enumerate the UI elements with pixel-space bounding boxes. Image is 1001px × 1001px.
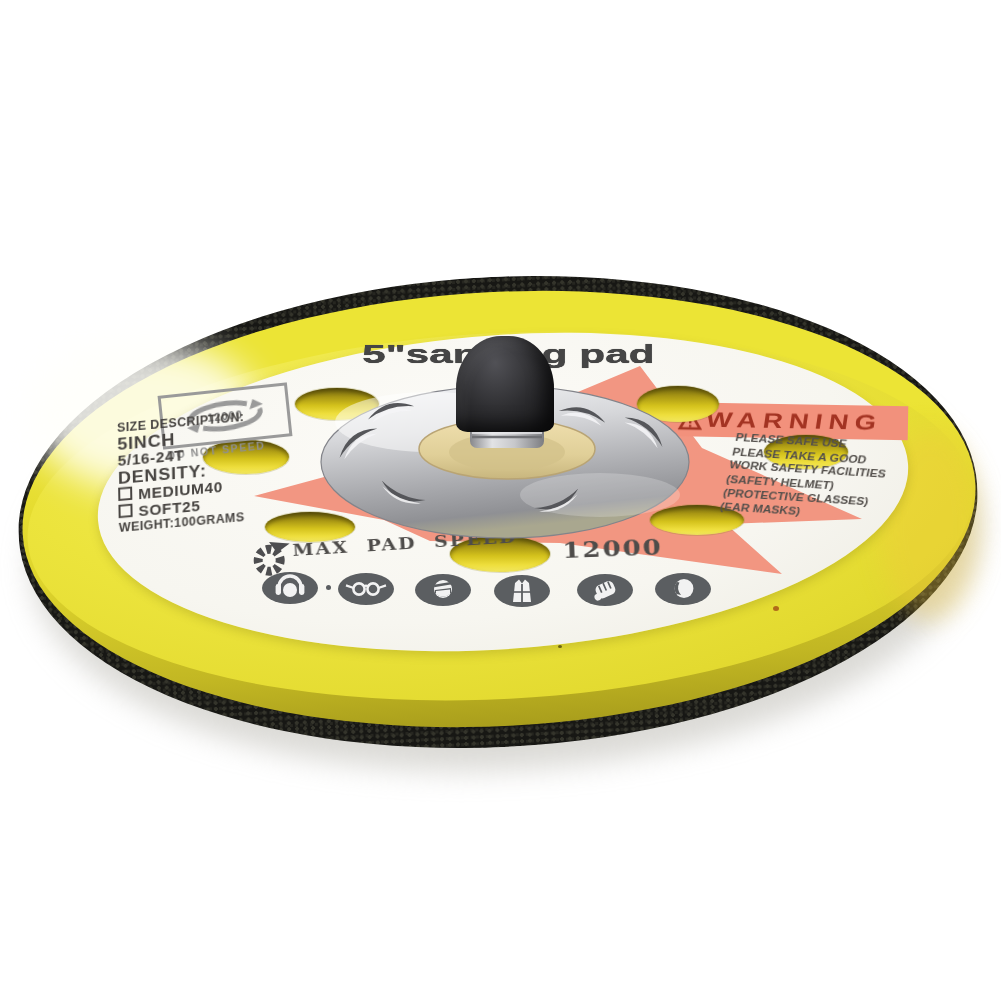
plate-specular-highlight bbox=[520, 473, 680, 517]
mounting-shaft-knob bbox=[456, 336, 554, 432]
product-photo: WARNING 5"sanding pad 12000 DO NOT SPEED… bbox=[0, 0, 1001, 1001]
metal-plate-assembly bbox=[0, 0, 1001, 1001]
